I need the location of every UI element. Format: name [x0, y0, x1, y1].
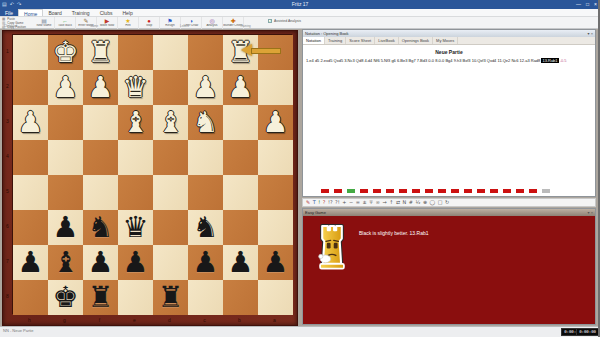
square-a7[interactable]: ♟ — [258, 245, 293, 280]
hint-button[interactable]: ★Hint — [118, 17, 139, 29]
eval-bar — [360, 189, 368, 193]
square-d4[interactable] — [153, 140, 188, 175]
file-label-c: c — [187, 317, 222, 323]
group-caption-training: Training — [240, 24, 251, 28]
ribbon-button-label: Take Back — [55, 24, 75, 27]
square-e6[interactable]: ♛ — [118, 210, 153, 245]
eval-bar — [464, 189, 472, 193]
square-b5[interactable] — [223, 175, 258, 210]
notation-pane: Notation : Opening Book ▾ × NotationTrai… — [302, 29, 596, 197]
annotation-icon[interactable]: ± — [362, 198, 366, 207]
rank-label-1: 1 — [3, 48, 12, 54]
square-a5[interactable] — [258, 175, 293, 210]
engine-comment: Black is slightly better. 13.Rab1 — [359, 230, 428, 236]
last-move-arrow — [241, 44, 283, 57]
square-a3[interactable]: ♟ — [258, 105, 293, 140]
eval-bar — [334, 189, 342, 193]
ribbon-button-label: Hint — [118, 24, 138, 27]
chat-body: Black is slightly better. 13.Rab1 — [303, 216, 595, 324]
chat-pane-title: Easy Game — [305, 210, 326, 215]
notation-pane-titlebar-icons: ▾ × — [588, 30, 593, 37]
square-b7[interactable]: ♟ — [223, 245, 258, 280]
square-g5[interactable] — [48, 175, 83, 210]
notation-close-icon[interactable]: × — [591, 31, 593, 36]
square-c8[interactable] — [188, 280, 223, 315]
resign-button[interactable]: ⚑Resign — [160, 17, 181, 29]
group-caption-levels: Levels — [180, 24, 189, 28]
annotation-toolbar: ✎T!?!??!+−=±∓∞→↑⇄N#½⊕◯□↻ — [302, 198, 596, 207]
close-icon[interactable]: × — [594, 0, 597, 9]
square-a8[interactable] — [258, 280, 293, 315]
square-h8[interactable] — [13, 280, 48, 315]
square-g3[interactable] — [48, 105, 83, 140]
square-f2[interactable]: ♟ — [83, 70, 118, 105]
rank-label-7: 7 — [3, 258, 12, 264]
window-controls: —□× — [576, 0, 597, 9]
notation-tab-training[interactable]: Training — [325, 37, 346, 44]
square-d6[interactable] — [153, 210, 188, 245]
square-e5[interactable] — [118, 175, 153, 210]
stop-button[interactable]: ●Stop — [139, 17, 160, 29]
rank-label-3: 3 — [3, 118, 12, 124]
ribbon-tab-clubs[interactable]: Clubs — [95, 9, 118, 16]
white-bishop-e3: ♝ — [118, 105, 153, 140]
annotation-icon[interactable]: N — [403, 198, 407, 207]
ribbon-button-label: Stop — [139, 24, 159, 27]
square-c2[interactable]: ♟ — [188, 70, 223, 105]
chess-board-frame: ♚♜♜♟♟♛♟♟♟♝♝♞♟♟♞♛♞♟♝♟♟♟♟♟♚♜♜ 12345678 hgf… — [2, 30, 298, 326]
file-label-e: e — [117, 317, 152, 323]
annotation-icon[interactable]: ⊕ — [423, 198, 427, 207]
eval-bar — [477, 189, 485, 193]
eval-bar — [438, 189, 446, 193]
annotation-icon[interactable]: = — [356, 198, 360, 207]
rank-label-2: 2 — [3, 83, 12, 89]
ribbon: ▦Paste▥Copy Game▧Copy Position ▤New Game… — [0, 17, 600, 29]
annotation-icon[interactable]: ?! — [335, 198, 340, 207]
file-label-h: h — [12, 317, 47, 323]
title-bar: ▤↶↷ Fritz 17 —□× — [0, 0, 600, 9]
file-label-b: b — [222, 317, 257, 323]
ribbon-tab-row: FileHomeBoardTrainingClubsHelp — [0, 9, 600, 17]
move-list[interactable]: 1.e4 d5 2.exd5 Qxd5 3.Nc3 Qd8 4.d4 Nf6 5… — [306, 58, 540, 63]
square-f7[interactable]: ♟ — [83, 245, 118, 280]
square-f8[interactable]: ♜ — [83, 280, 118, 315]
black-pawn-f7: ♟ — [83, 245, 118, 280]
white-knight-c3: ♞ — [188, 105, 223, 140]
game-heading: Neue Partie — [303, 49, 595, 55]
notation-tab-my-moves[interactable]: My Moves — [433, 37, 458, 44]
file-label-a: a — [257, 317, 292, 323]
ribbon-tab-board[interactable]: Board — [43, 9, 66, 16]
square-g1[interactable]: ♚ — [48, 35, 83, 70]
eval-bar — [399, 189, 407, 193]
group-caption-game: Game — [90, 24, 98, 28]
notation-pane-titlebar[interactable]: Notation : Opening Book ▾ × — [303, 30, 595, 37]
black-pawn-c7: ♟ — [188, 245, 223, 280]
white-pawn-c2: ♟ — [188, 70, 223, 105]
ribbon-button-label: Move Now — [97, 24, 117, 27]
square-h5[interactable] — [13, 175, 48, 210]
white-pawn-g2: ♟ — [48, 70, 83, 105]
square-c4[interactable] — [188, 140, 223, 175]
notation-pane-title: Notation : Opening Book — [305, 31, 349, 36]
square-e1[interactable] — [118, 35, 153, 70]
eval-bar — [542, 189, 550, 193]
ribbon-button-label: Analysis — [202, 24, 222, 27]
minimize-icon[interactable]: — — [576, 0, 581, 9]
trailing-eval: -0.5 — [560, 58, 567, 63]
ribbon-tab-home[interactable]: Home — [18, 9, 43, 16]
ribbon-tab-help[interactable]: Help — [117, 9, 137, 16]
rank-label-8: 8 — [3, 293, 12, 299]
square-a2[interactable] — [258, 70, 293, 105]
white-pawn-f2: ♟ — [83, 70, 118, 105]
new-game-button[interactable]: ▤New Game — [34, 17, 55, 29]
annotation-icon[interactable]: ∞ — [376, 198, 380, 207]
take-back-button[interactable]: ←Take Back — [55, 17, 76, 29]
chat-pane: Easy Game ▾ × — [302, 208, 596, 325]
square-b3[interactable] — [223, 105, 258, 140]
square-b6[interactable] — [223, 210, 258, 245]
chat-close-icon[interactable]: × — [591, 210, 593, 215]
notation-tab-score-sheet[interactable]: Score Sheet — [346, 37, 375, 44]
square-d8[interactable]: ♜ — [153, 280, 188, 315]
square-d7[interactable] — [153, 245, 188, 280]
notation-tabs: NotationTrainingScore SheetLiveBookOpeni… — [303, 37, 595, 45]
annotation-icon[interactable]: ✎ — [306, 198, 310, 207]
evaluation-profile — [321, 188, 591, 193]
file-label-f: f — [82, 317, 117, 323]
chess-board: ♚♜♜♟♟♛♟♟♟♝♝♞♟♟♞♛♞♟♝♟♟♟♟♟♚♜♜ — [12, 34, 292, 314]
square-e8[interactable] — [118, 280, 153, 315]
eval-bar — [451, 189, 459, 193]
square-g4[interactable] — [48, 140, 83, 175]
white-queen-e2: ♛ — [118, 70, 153, 105]
annotation-icon[interactable]: → — [382, 198, 386, 207]
eval-bar — [490, 189, 498, 193]
annotation-icon[interactable]: ↑ — [389, 198, 393, 207]
square-f1[interactable]: ♜ — [83, 35, 118, 70]
square-g8[interactable]: ♚ — [48, 280, 83, 315]
annotation-icon[interactable]: + — [342, 198, 346, 207]
black-pawn-g6: ♟ — [48, 210, 83, 245]
ribbon-tab-training[interactable]: Training — [67, 9, 95, 16]
square-a6[interactable] — [258, 210, 293, 245]
white-pawn-h3: ♟ — [13, 105, 48, 140]
arrow-shaft — [251, 48, 281, 54]
square-d1[interactable] — [153, 35, 188, 70]
notation-tab-livebook[interactable]: LiveBook — [375, 37, 398, 44]
square-d2[interactable] — [153, 70, 188, 105]
square-c6[interactable]: ♞ — [188, 210, 223, 245]
square-b2[interactable]: ♟ — [223, 70, 258, 105]
ribbon-tab-file[interactable]: File — [0, 9, 18, 16]
annotation-icon[interactable]: ∓ — [369, 198, 373, 207]
square-e7[interactable]: ♟ — [118, 245, 153, 280]
white-bishop-d3: ♝ — [153, 105, 188, 140]
annotation-icon[interactable]: ? — [323, 198, 326, 207]
square-c3[interactable]: ♞ — [188, 105, 223, 140]
white-king-g1: ♚ — [48, 35, 83, 70]
square-a4[interactable] — [258, 140, 293, 175]
annotation-icon[interactable]: ! — [318, 198, 320, 207]
square-b8[interactable] — [223, 280, 258, 315]
eval-bar — [412, 189, 420, 193]
notation-tab-notation[interactable]: Notation — [303, 37, 325, 44]
square-h2[interactable] — [13, 70, 48, 105]
square-h7[interactable]: ♟ — [13, 245, 48, 280]
annotation-icon[interactable]: ½ — [416, 198, 421, 207]
black-pawn-h7: ♟ — [13, 245, 48, 280]
ribbon-buttons: ▤New Game←Take Back✎Enter Move▶Move Now★… — [34, 17, 244, 29]
square-c1[interactable] — [188, 35, 223, 70]
black-clock: 0:00:00 — [576, 328, 599, 336]
eval-bar — [321, 189, 329, 193]
fritz-rook-mascot-icon — [311, 220, 353, 274]
move-now-button[interactable]: ▶Move Now — [97, 17, 118, 29]
white-rook-f1: ♜ — [83, 35, 118, 70]
eval-bar — [425, 189, 433, 193]
assisted-analysis-label: Assisted Analysis — [274, 19, 301, 23]
status-bar: NN - Neue Partie 0:00:00 0:00:00 — [0, 326, 600, 337]
eval-bar — [386, 189, 394, 193]
assisted-analysis-toggle[interactable]: ✓ Assisted Analysis — [268, 19, 301, 23]
black-pawn-e7: ♟ — [118, 245, 153, 280]
rank-label-4: 4 — [3, 153, 12, 159]
annotation-icon[interactable]: # — [409, 198, 413, 207]
black-rook-f8: ♜ — [83, 280, 118, 315]
square-d3[interactable]: ♝ — [153, 105, 188, 140]
square-h1[interactable] — [13, 35, 48, 70]
square-h3[interactable]: ♟ — [13, 105, 48, 140]
black-knight-f6: ♞ — [83, 210, 118, 245]
square-h6[interactable] — [13, 210, 48, 245]
notation-moves[interactable]: 1.e4 d5 2.exd5 Qxd5 3.Nc3 Qd8 4.d4 Nf6 5… — [306, 58, 592, 63]
eval-bar — [373, 189, 381, 193]
square-e2[interactable]: ♛ — [118, 70, 153, 105]
white-pawn-a3: ♟ — [258, 105, 293, 140]
annotation-icon[interactable]: T — [313, 198, 316, 207]
black-king-g8: ♚ — [48, 280, 83, 315]
square-c5[interactable] — [188, 175, 223, 210]
current-move[interactable]: 13.Rab1 — [541, 58, 558, 63]
group-caption-clipboard: Clipboard — [4, 24, 17, 28]
rank-label-5: 5 — [3, 188, 12, 194]
eval-bar — [529, 189, 537, 193]
black-pawn-a7: ♟ — [258, 245, 293, 280]
ribbon-button-label: Resign — [160, 24, 180, 27]
checkbox-icon: ✓ — [268, 19, 272, 23]
annotation-icon[interactable]: − — [349, 198, 353, 207]
square-e3[interactable]: ♝ — [118, 105, 153, 140]
square-f5[interactable] — [83, 175, 118, 210]
ribbon-button-label: New Game — [34, 24, 54, 27]
maximize-icon[interactable]: □ — [586, 0, 589, 9]
app-title: Fritz 17 — [0, 0, 600, 9]
black-queen-e6: ♛ — [118, 210, 153, 245]
square-d5[interactable] — [153, 175, 188, 210]
square-h4[interactable] — [13, 140, 48, 175]
square-b4[interactable] — [223, 140, 258, 175]
square-g2[interactable]: ♟ — [48, 70, 83, 105]
annotation-icon[interactable]: !? — [328, 198, 333, 207]
eval-bar — [347, 189, 355, 193]
square-g6[interactable]: ♟ — [48, 210, 83, 245]
fritz-application-window: ▤↶↷ Fritz 17 —□× FileHomeBoardTrainingCl… — [0, 0, 600, 337]
eval-bar — [516, 189, 524, 193]
annotation-icon[interactable]: ◯ — [430, 198, 436, 207]
square-f3[interactable] — [83, 105, 118, 140]
square-f4[interactable] — [83, 140, 118, 175]
square-f6[interactable]: ♞ — [83, 210, 118, 245]
black-pawn-b7: ♟ — [223, 245, 258, 280]
square-c7[interactable]: ♟ — [188, 245, 223, 280]
eval-bar — [503, 189, 511, 193]
status-text: NN - Neue Partie — [3, 328, 33, 333]
file-label-d: d — [152, 317, 187, 323]
analysis-button[interactable]: ◎Analysis — [202, 17, 223, 29]
annotation-icon[interactable]: □ — [438, 198, 443, 207]
black-knight-c6: ♞ — [188, 210, 223, 245]
annotation-icon[interactable]: ⇄ — [396, 198, 400, 207]
black-rook-d8: ♜ — [153, 280, 188, 315]
chat-pane-titlebar-icons: ▾ × — [588, 209, 593, 216]
square-g7[interactable]: ♝ — [48, 245, 83, 280]
rank-label-6: 6 — [3, 223, 12, 229]
chat-pane-titlebar[interactable]: Easy Game ▾ × — [303, 209, 595, 216]
annotation-icon[interactable]: ↻ — [445, 198, 449, 207]
file-label-g: g — [47, 317, 82, 323]
notation-tab-openings-book[interactable]: Openings Book — [399, 37, 433, 44]
white-pawn-b2: ♟ — [223, 70, 258, 105]
black-bishop-g7: ♝ — [48, 245, 83, 280]
square-e4[interactable] — [118, 140, 153, 175]
